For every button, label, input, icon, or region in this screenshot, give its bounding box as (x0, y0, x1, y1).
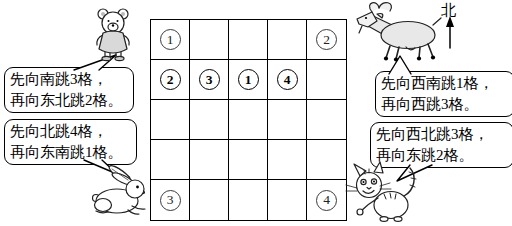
cat-line2: 再向东跳2格。 (376, 145, 508, 166)
circled-number-start: 4 (277, 69, 298, 90)
goat-speech-bubble: 先向西南跳1格， 再向西跳3格。 (375, 71, 512, 117)
circled-number: 3 (160, 190, 181, 211)
circled-number: 1 (160, 29, 181, 50)
grid-cell-r3c5 (307, 100, 346, 140)
grid-cell-r1c1: 1 (151, 20, 190, 60)
grid-cell-r4c2 (190, 140, 229, 180)
circled-number-start: 3 (199, 69, 220, 90)
grid-cell-r4c1 (151, 140, 190, 180)
grid-cell-r4c3 (229, 140, 268, 180)
goat-line2: 再向西跳3格。 (381, 94, 509, 115)
north-arrow-icon (446, 16, 454, 48)
circled-number: 4 (316, 190, 337, 211)
bear-line1: 先向南跳3格， (10, 69, 128, 90)
circled-number-start: 1 (238, 69, 259, 90)
goat-illustration (357, 3, 441, 62)
bear-line2: 再向东北跳2格。 (10, 90, 128, 111)
grid-cell-r2c5 (307, 60, 346, 100)
north-label: 北 (441, 1, 456, 20)
grid-cell-r5c5: 4 (307, 180, 346, 220)
bear-speech-bubble: 先向南跳3格， 再向东北跳2格。 (4, 67, 134, 113)
grid-cell-r3c1 (151, 100, 190, 140)
cat-speech-bubble: 先向西北跳3格， 再向东跳2格。 (370, 122, 512, 168)
goat-line1: 先向西南跳1格， (381, 73, 509, 94)
grid-cell-r2c3: 1 (229, 60, 268, 100)
grid-cell-r2c1: 2 (151, 60, 190, 100)
grid-cell-r5c3 (229, 180, 268, 220)
grid-cell-r1c3 (229, 20, 268, 60)
grid-cell-r4c4 (268, 140, 307, 180)
grid-cell-r5c2 (190, 180, 229, 220)
grid-cell-r5c1: 3 (151, 180, 190, 220)
grid-cell-r3c2 (190, 100, 229, 140)
cat-line1: 先向西北跳3格， (376, 124, 508, 145)
grid-cell-r2c4: 4 (268, 60, 307, 100)
circled-number-start: 2 (160, 69, 181, 90)
circled-number: 2 (316, 29, 337, 50)
grid-cell-r2c2: 3 (190, 60, 229, 100)
grid-cell-r1c2 (190, 20, 229, 60)
rabbit-illustration (93, 163, 146, 214)
rabbit-speech-bubble: 先向北跳4格， 再向东南跳1格。 (4, 119, 137, 165)
grid-cell-r3c4 (268, 100, 307, 140)
cat-illustration (346, 162, 416, 221)
grid-cell-r5c4 (268, 180, 307, 220)
rabbit-line1: 先向北跳4格， (10, 121, 131, 142)
grid-cell-r4c5 (307, 140, 346, 180)
puzzle-grid: 1 2 2 3 1 4 3 4 (150, 19, 347, 221)
bear-illustration (97, 9, 129, 61)
grid-cell-r3c3 (229, 100, 268, 140)
grid-cell-r1c4 (268, 20, 307, 60)
grid-cell-r1c5: 2 (307, 20, 346, 60)
worksheet-diagram: 1 2 2 3 1 4 3 4 先向南跳3格， 再向东北跳2格。 先向北跳4格，… (0, 0, 512, 226)
rabbit-line2: 再向东南跳1格。 (10, 142, 131, 163)
